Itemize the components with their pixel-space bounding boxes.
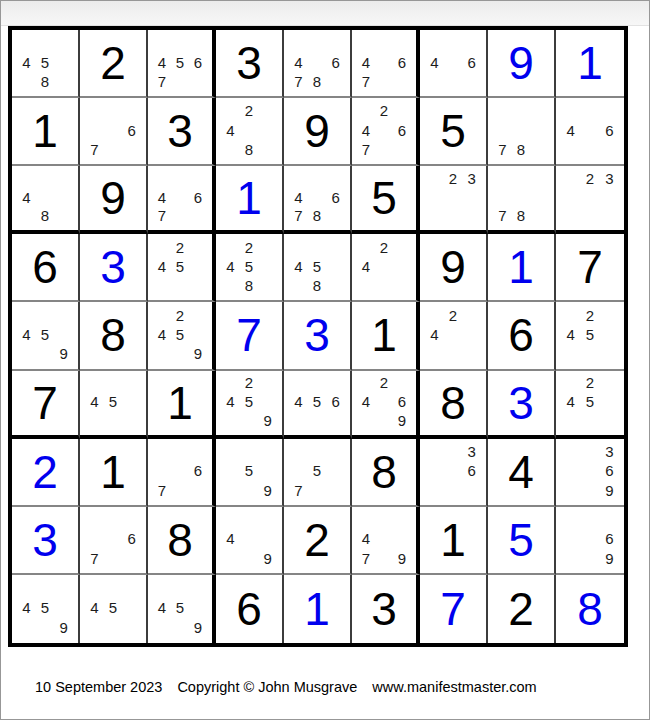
cell-r5c6[interactable]: 1 xyxy=(352,302,420,370)
candidate-grid: 245 xyxy=(153,237,207,295)
candidate-digit: 4 xyxy=(85,392,104,411)
candidate-digit: 7 xyxy=(153,480,171,499)
cell-r1c3[interactable]: 4567 xyxy=(148,30,216,98)
candidate-grid: 456 xyxy=(289,374,345,430)
candidate-grid: 45 xyxy=(85,578,141,638)
candidate-grid: 46 xyxy=(561,101,619,159)
candidate-digit: 5 xyxy=(36,598,55,618)
candidate-digit: 6 xyxy=(122,529,141,548)
cell-r7c2[interactable]: 1 xyxy=(80,439,148,507)
given-digit: 5 xyxy=(352,166,416,230)
candidate-digit: 7 xyxy=(85,140,104,159)
cell-r3c2[interactable]: 9 xyxy=(80,166,148,234)
candidate-digit: 5 xyxy=(171,52,189,71)
candidate-digit: 8 xyxy=(308,72,327,91)
candidate-digit: 4 xyxy=(289,392,308,411)
candidate-grid: 2459 xyxy=(221,374,277,430)
page: 4582456734678467469116732489246757846489… xyxy=(0,0,650,720)
candidate-grid: 4678 xyxy=(289,169,345,225)
given-digit: 8 xyxy=(148,507,212,573)
candidate-digit: 8 xyxy=(240,140,259,159)
cell-r5c2[interactable]: 8 xyxy=(80,302,148,370)
footer-website: www.manifestmaster.com xyxy=(372,679,536,695)
candidate-digit: 6 xyxy=(600,461,619,480)
candidate-grid: 2459 xyxy=(153,305,207,363)
cell-r5c9[interactable]: 245 xyxy=(556,302,624,370)
candidate-grid: 24 xyxy=(357,237,411,295)
cell-r5c1[interactable]: 459 xyxy=(12,302,80,370)
candidate-digit: 6 xyxy=(326,188,345,207)
cell-r2c6[interactable]: 2467 xyxy=(352,98,420,166)
cell-r9c5[interactable]: 1 xyxy=(284,575,352,643)
solved-digit: 1 xyxy=(216,166,282,230)
given-digit: 9 xyxy=(420,234,486,300)
candidate-digit: 7 xyxy=(289,207,308,226)
candidate-digit: 4 xyxy=(561,120,580,139)
candidate-digit: 4 xyxy=(221,120,240,139)
cell-r3c7[interactable]: 23 xyxy=(420,166,488,234)
candidate-digit: 6 xyxy=(600,529,619,548)
candidate-digit: 4 xyxy=(357,257,375,276)
candidate-digit: 4 xyxy=(289,257,308,276)
solved-digit: 3 xyxy=(284,302,350,368)
cell-r3c5[interactable]: 4678 xyxy=(284,166,352,234)
sudoku-board: 4582456734678467469116732489246757846489… xyxy=(8,26,628,647)
cell-r4c5[interactable]: 458 xyxy=(284,234,352,302)
candidate-digit: 6 xyxy=(122,120,141,139)
solved-digit: 7 xyxy=(216,302,282,368)
solved-digit: 3 xyxy=(488,371,554,435)
candidate-digit: 2 xyxy=(375,101,393,120)
cell-r1c6[interactable]: 467 xyxy=(352,30,420,98)
candidate-digit: 9 xyxy=(258,480,277,499)
given-digit: 9 xyxy=(284,98,350,164)
candidate-digit: 2 xyxy=(580,374,599,393)
candidate-digit: 5 xyxy=(240,257,259,276)
cell-r7c6[interactable]: 8 xyxy=(352,439,420,507)
candidate-grid: 248 xyxy=(221,101,277,159)
given-digit: 4 xyxy=(488,439,554,505)
cell-r6c9[interactable]: 245 xyxy=(556,371,624,439)
cell-r6c7[interactable]: 8 xyxy=(420,371,488,439)
candidate-digit: 6 xyxy=(326,52,345,71)
candidate-digit: 6 xyxy=(600,120,619,139)
cell-r9c7[interactable]: 7 xyxy=(420,575,488,643)
candidate-digit: 2 xyxy=(240,374,259,393)
footer: 10 September 2023 Copyright © John Musgr… xyxy=(35,679,537,695)
candidate-digit: 4 xyxy=(17,325,36,344)
cell-r9c4[interactable]: 6 xyxy=(216,575,284,643)
given-digit: 9 xyxy=(80,166,146,230)
candidate-digit: 6 xyxy=(189,188,207,207)
cell-r1c1[interactable]: 458 xyxy=(12,30,80,98)
candidate-digit: 7 xyxy=(357,140,375,159)
cell-r4c2[interactable]: 3 xyxy=(80,234,148,302)
candidate-digit: 4 xyxy=(357,120,375,139)
candidate-digit: 4 xyxy=(425,325,444,344)
cell-r9c3[interactable]: 459 xyxy=(148,575,216,643)
given-digit: 1 xyxy=(80,439,146,505)
given-digit: 6 xyxy=(12,234,78,300)
candidate-grid: 69 xyxy=(561,510,619,568)
cell-r5c4[interactable]: 7 xyxy=(216,302,284,370)
candidate-digit: 2 xyxy=(444,169,463,188)
candidate-grid: 459 xyxy=(17,578,73,638)
candidate-digit: 9 xyxy=(189,344,207,363)
cell-r9c8[interactable]: 2 xyxy=(488,575,556,643)
candidate-digit: 4 xyxy=(153,188,171,207)
candidate-digit: 6 xyxy=(189,461,207,480)
candidate-digit: 8 xyxy=(240,276,259,295)
candidate-digit: 6 xyxy=(462,52,481,71)
given-digit: 8 xyxy=(420,371,486,435)
cell-r2c2[interactable]: 67 xyxy=(80,98,148,166)
candidate-digit: 5 xyxy=(308,257,327,276)
candidate-digit: 4 xyxy=(153,325,171,344)
candidate-digit: 5 xyxy=(36,52,55,71)
cell-r3c4[interactable]: 1 xyxy=(216,166,284,234)
candidate-digit: 7 xyxy=(153,72,171,91)
cell-r5c8[interactable]: 6 xyxy=(488,302,556,370)
candidate-digit: 5 xyxy=(104,598,123,618)
candidate-grid: 48 xyxy=(17,169,73,225)
candidate-digit: 6 xyxy=(462,461,481,480)
candidate-digit: 4 xyxy=(357,529,375,548)
cell-r2c1[interactable]: 1 xyxy=(12,98,80,166)
candidate-grid: 369 xyxy=(561,442,619,500)
candidate-grid: 2458 xyxy=(221,237,277,295)
candidate-grid: 36 xyxy=(425,442,481,500)
candidate-grid: 467 xyxy=(153,169,207,225)
candidate-digit: 8 xyxy=(308,276,327,295)
candidate-grid: 78 xyxy=(493,169,549,225)
given-digit: 1 xyxy=(420,507,486,573)
candidate-digit: 2 xyxy=(444,305,463,324)
candidate-digit: 6 xyxy=(393,120,411,139)
candidate-grid: 245 xyxy=(561,305,619,363)
given-digit: 8 xyxy=(80,302,146,368)
candidate-digit: 9 xyxy=(258,411,277,430)
cell-r2c3[interactable]: 3 xyxy=(148,98,216,166)
candidate-grid: 23 xyxy=(561,169,619,225)
candidate-digit: 4 xyxy=(17,52,36,71)
cell-r8c9[interactable]: 69 xyxy=(556,507,624,575)
cell-r1c4[interactable]: 3 xyxy=(216,30,284,98)
candidate-digit: 2 xyxy=(240,237,259,256)
cell-r2c5[interactable]: 9 xyxy=(284,98,352,166)
given-digit: 2 xyxy=(80,30,146,96)
window-toolbar xyxy=(1,1,649,26)
candidate-digit: 2 xyxy=(375,237,393,256)
cell-r4c8[interactable]: 1 xyxy=(488,234,556,302)
candidate-digit: 4 xyxy=(153,257,171,276)
candidate-digit: 9 xyxy=(600,480,619,499)
candidate-grid: 4567 xyxy=(153,33,207,91)
candidate-digit: 6 xyxy=(393,52,411,71)
candidate-grid: 45 xyxy=(85,374,141,430)
candidate-digit: 3 xyxy=(600,169,619,188)
candidate-digit: 5 xyxy=(104,392,123,411)
solved-digit: 2 xyxy=(12,439,78,505)
cell-r9c9[interactable]: 8 xyxy=(556,575,624,643)
candidate-digit: 3 xyxy=(462,442,481,461)
cell-r4c4[interactable]: 2458 xyxy=(216,234,284,302)
cell-r5c3[interactable]: 2459 xyxy=(148,302,216,370)
candidate-grid: 24 xyxy=(425,305,481,363)
candidate-grid: 57 xyxy=(289,442,345,500)
candidate-digit: 4 xyxy=(289,188,308,207)
candidate-digit: 5 xyxy=(36,325,55,344)
candidate-grid: 459 xyxy=(153,578,207,638)
cell-r4c6[interactable]: 24 xyxy=(352,234,420,302)
cell-r3c3[interactable]: 467 xyxy=(148,166,216,234)
cell-r6c5[interactable]: 456 xyxy=(284,371,352,439)
candidate-digit: 4 xyxy=(153,52,171,71)
cell-r7c9[interactable]: 369 xyxy=(556,439,624,507)
candidate-digit: 8 xyxy=(308,207,327,226)
solved-digit: 1 xyxy=(284,575,350,643)
cell-r4c7[interactable]: 9 xyxy=(420,234,488,302)
cell-r3c1[interactable]: 48 xyxy=(12,166,80,234)
candidate-digit: 7 xyxy=(289,480,308,499)
given-digit: 1 xyxy=(352,302,416,368)
cell-r5c5[interactable]: 3 xyxy=(284,302,352,370)
given-digit: 1 xyxy=(12,98,78,164)
cell-r1c2[interactable]: 2 xyxy=(80,30,148,98)
candidate-digit: 5 xyxy=(171,325,189,344)
cell-r8c3[interactable]: 8 xyxy=(148,507,216,575)
cell-r7c1[interactable]: 2 xyxy=(12,439,80,507)
cell-r4c3[interactable]: 245 xyxy=(148,234,216,302)
candidate-digit: 9 xyxy=(393,549,411,568)
solved-digit: 9 xyxy=(488,30,554,96)
cell-r6c6[interactable]: 2469 xyxy=(352,371,420,439)
given-digit: 3 xyxy=(352,575,416,643)
candidate-digit: 2 xyxy=(171,305,189,324)
candidate-digit: 4 xyxy=(221,257,240,276)
footer-copyright: Copyright © John Musgrave xyxy=(177,679,357,695)
candidate-grid: 46 xyxy=(425,33,481,91)
candidate-digit: 5 xyxy=(308,461,327,480)
candidate-digit: 5 xyxy=(308,392,327,411)
candidate-digit: 8 xyxy=(36,207,55,226)
candidate-digit: 7 xyxy=(357,72,375,91)
solved-digit: 5 xyxy=(488,507,554,573)
cell-r7c4[interactable]: 59 xyxy=(216,439,284,507)
candidate-digit: 3 xyxy=(462,169,481,188)
cell-r2c9[interactable]: 46 xyxy=(556,98,624,166)
candidate-grid: 479 xyxy=(357,510,411,568)
solved-digit: 3 xyxy=(80,234,146,300)
cell-r8c5[interactable]: 2 xyxy=(284,507,352,575)
candidate-digit: 7 xyxy=(493,207,512,226)
solved-digit: 7 xyxy=(420,575,486,643)
candidate-digit: 4 xyxy=(561,392,580,411)
candidate-digit: 2 xyxy=(580,169,599,188)
candidate-digit: 5 xyxy=(580,325,599,344)
candidate-digit: 6 xyxy=(393,392,411,411)
candidate-grid: 458 xyxy=(17,33,73,91)
solved-digit: 3 xyxy=(12,507,78,573)
cell-r1c8[interactable]: 9 xyxy=(488,30,556,98)
candidate-grid: 4678 xyxy=(289,33,345,91)
candidate-digit: 6 xyxy=(189,52,207,71)
candidate-grid: 2469 xyxy=(357,374,411,430)
candidate-digit: 9 xyxy=(393,411,411,430)
cell-r1c9[interactable]: 1 xyxy=(556,30,624,98)
cell-r7c3[interactable]: 67 xyxy=(148,439,216,507)
given-digit: 8 xyxy=(352,439,416,505)
candidate-grid: 67 xyxy=(153,442,207,500)
given-digit: 2 xyxy=(488,575,554,643)
candidate-digit: 4 xyxy=(561,325,580,344)
candidate-digit: 4 xyxy=(153,598,171,618)
cell-r1c5[interactable]: 4678 xyxy=(284,30,352,98)
candidate-digit: 5 xyxy=(240,461,259,480)
cell-r8c2[interactable]: 67 xyxy=(80,507,148,575)
candidate-digit: 5 xyxy=(171,257,189,276)
cell-r6c1[interactable]: 7 xyxy=(12,371,80,439)
candidate-digit: 7 xyxy=(357,549,375,568)
cell-r6c8[interactable]: 3 xyxy=(488,371,556,439)
cell-r4c9[interactable]: 7 xyxy=(556,234,624,302)
cell-r8c8[interactable]: 5 xyxy=(488,507,556,575)
candidate-grid: 67 xyxy=(85,510,141,568)
candidate-digit: 4 xyxy=(357,52,375,71)
candidate-digit: 4 xyxy=(357,392,375,411)
given-digit: 6 xyxy=(488,302,554,368)
given-digit: 2 xyxy=(284,507,350,573)
candidate-digit: 2 xyxy=(240,101,259,120)
candidate-digit: 4 xyxy=(289,52,308,71)
candidate-digit: 2 xyxy=(171,237,189,256)
solved-digit: 1 xyxy=(488,234,554,300)
given-digit: 7 xyxy=(12,371,78,435)
cell-r3c6[interactable]: 5 xyxy=(352,166,420,234)
cell-r2c7[interactable]: 5 xyxy=(420,98,488,166)
given-digit: 7 xyxy=(556,234,624,300)
candidate-digit: 3 xyxy=(600,442,619,461)
cell-r8c4[interactable]: 49 xyxy=(216,507,284,575)
candidate-digit: 5 xyxy=(580,392,599,411)
cell-r9c2[interactable]: 45 xyxy=(80,575,148,643)
candidate-digit: 9 xyxy=(600,549,619,568)
candidate-digit: 9 xyxy=(258,549,277,568)
candidate-digit: 5 xyxy=(240,392,259,411)
cell-r7c8[interactable]: 4 xyxy=(488,439,556,507)
candidate-digit: 5 xyxy=(171,598,189,618)
candidate-digit: 8 xyxy=(512,140,531,159)
cell-r6c2[interactable]: 45 xyxy=(80,371,148,439)
cell-r9c6[interactable]: 3 xyxy=(352,575,420,643)
candidate-digit: 4 xyxy=(85,598,104,618)
solved-digit: 1 xyxy=(556,30,624,96)
candidate-digit: 4 xyxy=(17,188,36,207)
cell-r3c8[interactable]: 78 xyxy=(488,166,556,234)
cell-r7c5[interactable]: 57 xyxy=(284,439,352,507)
footer-date: 10 September 2023 xyxy=(35,679,162,695)
cell-r7c7[interactable]: 36 xyxy=(420,439,488,507)
cell-r8c1[interactable]: 3 xyxy=(12,507,80,575)
candidate-grid: 23 xyxy=(425,169,481,225)
candidate-grid: 467 xyxy=(357,33,411,91)
candidate-digit: 8 xyxy=(36,72,55,91)
given-digit: 3 xyxy=(148,98,212,164)
candidate-grid: 2467 xyxy=(357,101,411,159)
candidate-grid: 245 xyxy=(561,374,619,430)
cell-r2c4[interactable]: 248 xyxy=(216,98,284,166)
cell-r3c9[interactable]: 23 xyxy=(556,166,624,234)
cell-r6c3[interactable]: 1 xyxy=(148,371,216,439)
cell-r8c7[interactable]: 1 xyxy=(420,507,488,575)
candidate-digit: 7 xyxy=(289,72,308,91)
given-digit: 1 xyxy=(148,371,212,435)
candidate-digit: 9 xyxy=(54,344,73,363)
candidate-digit: 7 xyxy=(153,207,171,226)
cell-r4c1[interactable]: 6 xyxy=(12,234,80,302)
candidate-grid: 49 xyxy=(221,510,277,568)
cell-r8c6[interactable]: 479 xyxy=(352,507,420,575)
cell-r9c1[interactable]: 459 xyxy=(12,575,80,643)
candidate-grid: 78 xyxy=(493,101,549,159)
candidate-grid: 67 xyxy=(85,101,141,159)
candidate-digit: 4 xyxy=(17,598,36,618)
given-digit: 6 xyxy=(216,575,282,643)
given-digit: 3 xyxy=(216,30,282,96)
candidate-digit: 6 xyxy=(326,392,345,411)
candidate-digit: 4 xyxy=(221,392,240,411)
candidate-grid: 59 xyxy=(221,442,277,500)
candidate-digit: 4 xyxy=(425,52,444,71)
candidate-digit: 9 xyxy=(54,618,73,638)
candidate-digit: 2 xyxy=(375,374,393,393)
candidate-grid: 458 xyxy=(289,237,345,295)
cell-r5c7[interactable]: 24 xyxy=(420,302,488,370)
candidate-digit: 7 xyxy=(85,549,104,568)
candidate-digit: 2 xyxy=(580,305,599,324)
cell-r2c8[interactable]: 78 xyxy=(488,98,556,166)
candidate-digit: 4 xyxy=(221,529,240,548)
given-digit: 5 xyxy=(420,98,486,164)
cell-r6c4[interactable]: 2459 xyxy=(216,371,284,439)
cell-r1c7[interactable]: 46 xyxy=(420,30,488,98)
candidate-digit: 8 xyxy=(512,207,531,226)
candidate-digit: 7 xyxy=(493,140,512,159)
candidate-digit: 9 xyxy=(189,618,207,638)
solved-digit: 8 xyxy=(556,575,624,643)
candidate-grid: 459 xyxy=(17,305,73,363)
